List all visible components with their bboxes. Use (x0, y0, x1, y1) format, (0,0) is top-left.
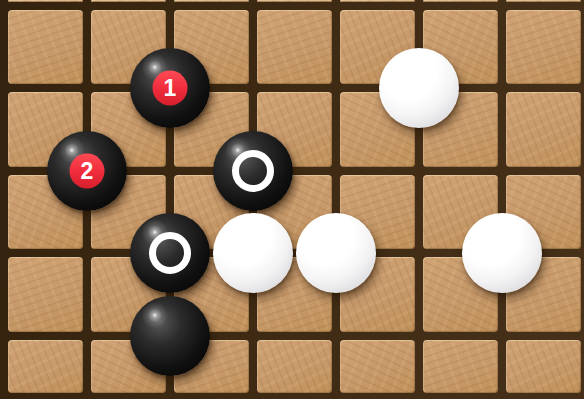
board-tile[interactable] (91, 0, 166, 2)
ring-marker-icon (149, 232, 191, 274)
black-stone: 2 (47, 131, 127, 211)
ring-marker-icon (232, 150, 274, 192)
board-tile[interactable] (8, 0, 83, 2)
board-tile[interactable] (340, 0, 415, 2)
board-tile[interactable] (8, 10, 83, 84)
white-stone (213, 213, 293, 293)
move-number-badge: 1 (153, 71, 188, 106)
board-tile[interactable] (174, 0, 249, 2)
board-tile[interactable] (506, 10, 581, 84)
game-board[interactable]: 12 (0, 0, 584, 399)
board-tile[interactable] (257, 10, 332, 84)
board-tile[interactable] (423, 0, 498, 2)
board-tile[interactable] (257, 340, 332, 393)
board-tile[interactable] (8, 257, 83, 332)
board-tile[interactable] (506, 0, 581, 2)
board-tile[interactable] (340, 340, 415, 393)
board-tile[interactable] (506, 340, 581, 393)
move-number-badge: 2 (70, 154, 105, 189)
white-stone (462, 213, 542, 293)
board-tile[interactable] (423, 340, 498, 393)
board-tile[interactable] (506, 92, 581, 167)
black-stone: 1 (130, 48, 210, 128)
board-tile[interactable] (257, 0, 332, 2)
white-stone (379, 48, 459, 128)
white-stone (296, 213, 376, 293)
black-stone (130, 296, 210, 376)
black-stone (130, 213, 210, 293)
board-tile[interactable] (8, 340, 83, 393)
black-stone (213, 131, 293, 211)
